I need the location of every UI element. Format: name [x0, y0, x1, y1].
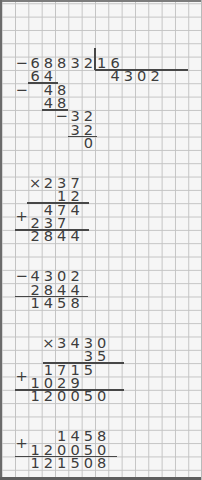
operator-cell: +: [15, 210, 28, 223]
digit-cell: 0: [95, 390, 108, 403]
multiplication-rule-3430x35: [43, 362, 124, 364]
digit-cell: 3: [122, 70, 135, 83]
divisor-underline: [95, 69, 188, 71]
digit-cell: 8: [95, 457, 108, 470]
multiplication-rule-237x12: [27, 202, 89, 204]
digit-cell: 2: [28, 230, 41, 243]
digit-cell: 8: [68, 297, 81, 310]
digit-cell: 4: [68, 337, 81, 350]
digit-cell: 2: [148, 70, 161, 83]
graph-paper: −6883216644302−4848−32320×23712474+23728…: [0, 0, 202, 480]
digit-cell: 4: [42, 297, 55, 310]
page-edge-right: [201, 0, 202, 480]
digit-cell: 4: [68, 203, 81, 216]
subtraction-rule-48: [42, 109, 69, 111]
division-corner-bar: [94, 48, 96, 70]
page-edge-top: [0, 0, 202, 2]
digit-cell: 0: [82, 457, 95, 470]
digit-cell: 5: [55, 297, 68, 310]
difference-rule-1458: [15, 296, 88, 298]
digit-cell: 2: [42, 177, 55, 190]
digit-cell: 3: [55, 337, 68, 350]
digit-cell: 6: [28, 70, 41, 83]
digit-cell: 4: [42, 97, 55, 110]
digit-cell: 5: [68, 457, 81, 470]
operator-cell: +: [15, 437, 28, 450]
digit-cell: 3: [68, 123, 81, 136]
sum-rule-120050: [15, 389, 124, 391]
digit-cell: 1: [55, 457, 68, 470]
digit-cell: 4: [55, 230, 68, 243]
digit-cell: 5: [82, 390, 95, 403]
digit-cell: 5: [95, 350, 108, 363]
sum-rule-121508: [15, 456, 117, 458]
digit-cell: 1: [28, 297, 41, 310]
digit-cell: 0: [82, 137, 95, 150]
digit-cell: 4: [108, 70, 121, 83]
digit-cell: 1: [95, 57, 108, 70]
operator-cell: −: [15, 270, 28, 283]
digit-cell: 5: [82, 363, 95, 376]
digit-cell: 1: [28, 390, 41, 403]
digit-cell: 4: [68, 230, 81, 243]
digit-cell: 2: [82, 57, 95, 70]
subtraction-rule-32: [68, 136, 97, 138]
digit-cell: 2: [42, 457, 55, 470]
digit-cell: 8: [42, 230, 55, 243]
operator-cell: −: [15, 83, 28, 96]
page-edge-left: [0, 0, 2, 480]
digit-cell: 0: [55, 390, 68, 403]
operator-cell: −: [55, 110, 68, 123]
digit-cell: 1: [28, 457, 41, 470]
digit-cell: 8: [55, 57, 68, 70]
digit-cell: 0: [135, 70, 148, 83]
subtraction-rule-64: [28, 82, 57, 84]
operator-cell: −: [15, 57, 28, 70]
digit-cell: 0: [68, 390, 81, 403]
operator-cell: ×: [42, 337, 55, 350]
worksheet-page: −6883216644302−4848−32320×23712474+23728…: [0, 0, 202, 480]
digit-cell: 3: [68, 57, 81, 70]
sum-rule-2844: [15, 229, 89, 231]
operator-cell: ×: [28, 177, 41, 190]
digit-cell: 2: [42, 390, 55, 403]
operator-cell: +: [15, 370, 28, 383]
